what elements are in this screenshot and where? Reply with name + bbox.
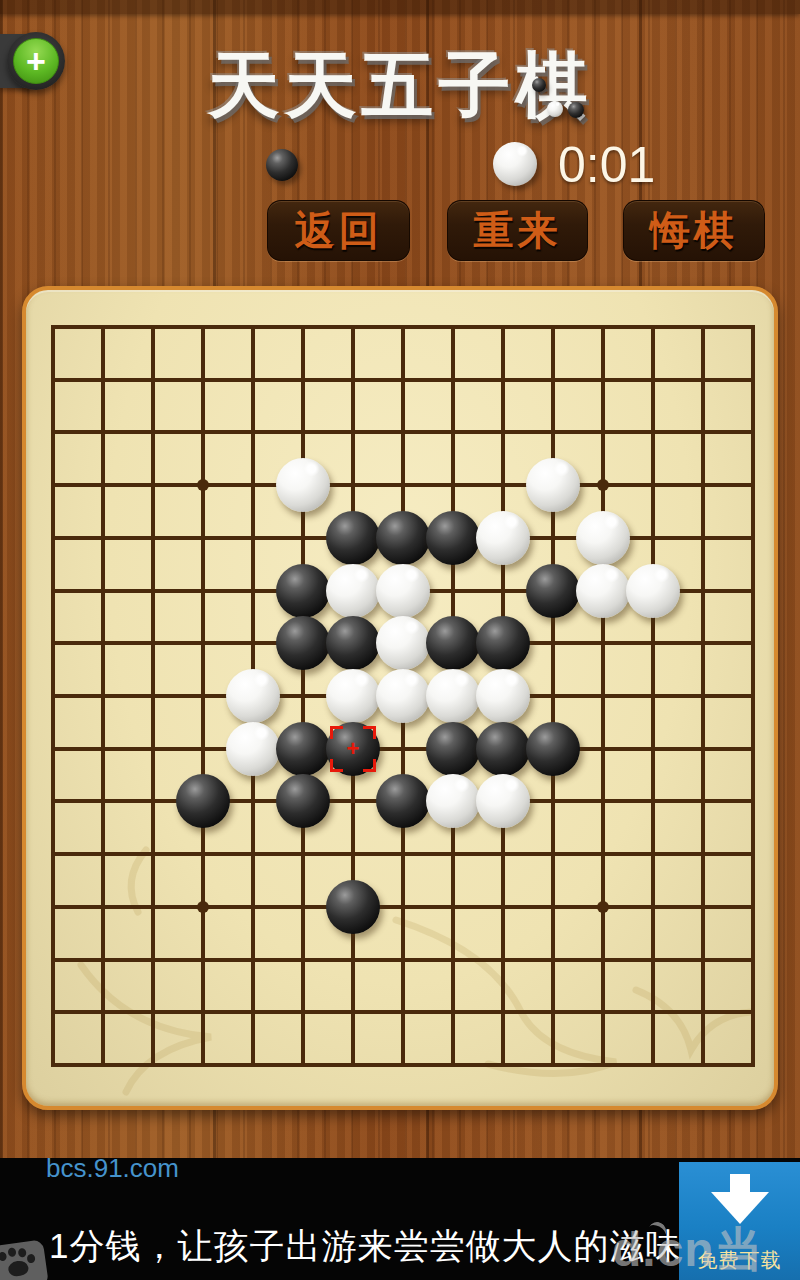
last-move-marker: +: [330, 726, 376, 772]
stone-black: [476, 616, 530, 670]
stone-black: [176, 774, 230, 828]
stone-white: [626, 564, 680, 618]
title-deco-white-stone: [547, 101, 563, 117]
move-timer: 0:01: [558, 136, 678, 194]
stone-white: [226, 722, 280, 776]
button-row: 返回 重来 悔棋: [0, 200, 800, 262]
stone-black: [426, 722, 480, 776]
stone-black: [276, 774, 330, 828]
stone-black: [476, 722, 530, 776]
stone-black: [376, 774, 430, 828]
paw-print-icon: [0, 1239, 49, 1280]
star-point: [197, 479, 209, 491]
stone-black: [426, 511, 480, 565]
gomoku-board-panel: +: [22, 286, 778, 1110]
stone-white: [476, 774, 530, 828]
wood-plank-edge: [0, 0, 800, 14]
black-player-stone-indicator: [266, 149, 298, 181]
star-point: [197, 901, 209, 913]
stone-black: [526, 564, 580, 618]
stone-white: [476, 511, 530, 565]
title-deco-black-stone: [532, 78, 546, 92]
stone-white: [376, 564, 430, 618]
site-url-link[interactable]: bcs.91.com: [46, 1153, 179, 1184]
stone-black: [426, 616, 480, 670]
stone-white: [276, 458, 330, 512]
star-point: [597, 479, 609, 491]
site-watermark: d.cn当乐网: [612, 1218, 800, 1280]
star-point: [597, 901, 609, 913]
game-title: 天天五子棋: [0, 38, 800, 134]
title-deco-black-stone: [568, 102, 584, 118]
ad-slogan-text: 1分钱，让孩子出游来尝尝做大人的滋味: [49, 1223, 681, 1270]
stone-white: [426, 774, 480, 828]
stone-black: [526, 722, 580, 776]
stone-white: [376, 616, 430, 670]
download-arrow-icon: [711, 1174, 769, 1224]
stone-black: [326, 880, 380, 934]
stone-white: [526, 458, 580, 512]
board-grid[interactable]: +: [51, 325, 755, 1067]
app-screen: + 天天五子棋 0:01 返回 重来 悔棋 + bcs.91.com 1分钱，让…: [0, 0, 800, 1280]
stone-white: [576, 511, 630, 565]
restart-button[interactable]: 重来: [447, 200, 588, 261]
stone-black: [276, 564, 330, 618]
stone-black: [276, 722, 330, 776]
stone-black: [326, 616, 380, 670]
stone-white: [376, 669, 430, 723]
undo-button[interactable]: 悔棋: [623, 200, 765, 261]
stone-white: [326, 564, 380, 618]
stone-white: [576, 564, 630, 618]
stone-white: [326, 669, 380, 723]
stone-white: [476, 669, 530, 723]
stone-white: [226, 669, 280, 723]
stone-black: [276, 616, 330, 670]
white-player-stone-indicator: [493, 142, 537, 186]
stone-white: [426, 669, 480, 723]
stone-black: [326, 511, 380, 565]
stone-black: [376, 511, 430, 565]
back-button[interactable]: 返回: [267, 200, 410, 261]
